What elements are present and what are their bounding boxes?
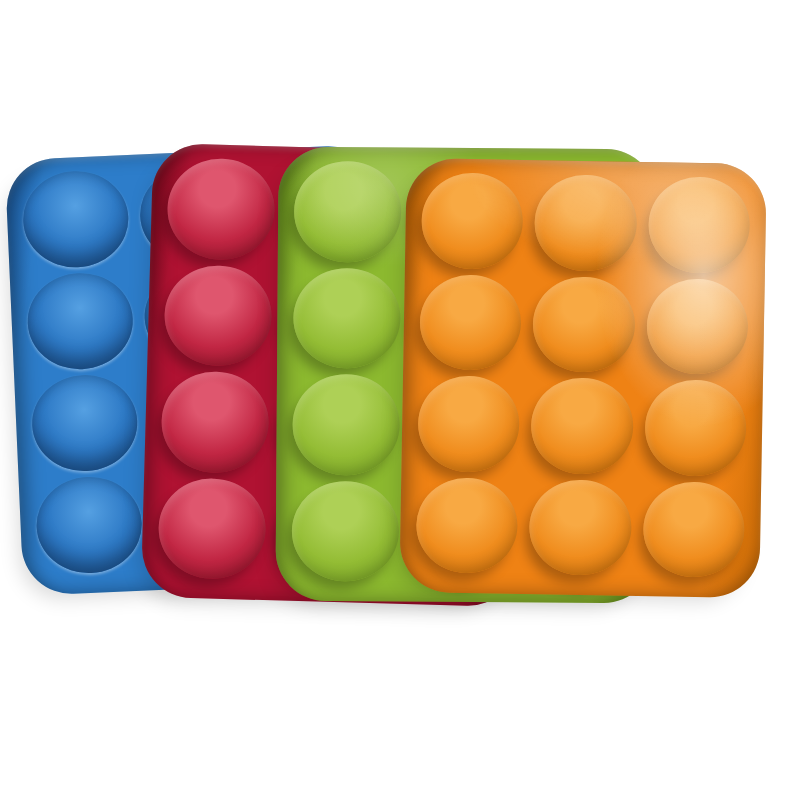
red-cup-dome-r3c1 — [160, 370, 269, 473]
green-cup-dome-r3c1 — [292, 374, 400, 475]
orange-cup-dome-r2c1 — [419, 274, 522, 371]
green-cup-dome-r1c1 — [294, 161, 402, 262]
orange-cup-dome-r3c2 — [531, 377, 634, 474]
blue-cup-cavity-r4c1 — [35, 475, 144, 576]
orange-muffin-mold — [399, 158, 767, 598]
blue-cup-cavity-r3c1 — [30, 373, 139, 474]
orange-cup-dome-r3c3 — [644, 379, 747, 476]
orange-cup-dome-r3c1 — [417, 375, 520, 472]
orange-cup-dome-r4c2 — [529, 479, 632, 576]
red-cup-dome-r4c1 — [157, 477, 266, 580]
red-cup-dome-r2c1 — [163, 264, 272, 367]
red-cup-dome-r1c1 — [166, 157, 275, 260]
orange-cup-dome-r4c3 — [642, 481, 745, 578]
green-cup-dome-r2c1 — [293, 267, 401, 368]
product-photo-scene — [0, 0, 800, 800]
orange-cup-dome-r1c2 — [534, 174, 637, 271]
green-cup-dome-r4c1 — [292, 480, 400, 581]
orange-cup-dome-r1c1 — [421, 172, 524, 269]
orange-cup-dome-r2c3 — [646, 278, 749, 375]
orange-cup-dome-r4c1 — [416, 477, 519, 574]
blue-cup-cavity-r1c1 — [21, 169, 130, 270]
blue-cup-cavity-r2c1 — [26, 271, 135, 372]
orange-cup-dome-r2c2 — [532, 276, 635, 373]
orange-cup-dome-r1c3 — [648, 176, 751, 273]
orange-mold-cup-grid — [399, 158, 767, 598]
